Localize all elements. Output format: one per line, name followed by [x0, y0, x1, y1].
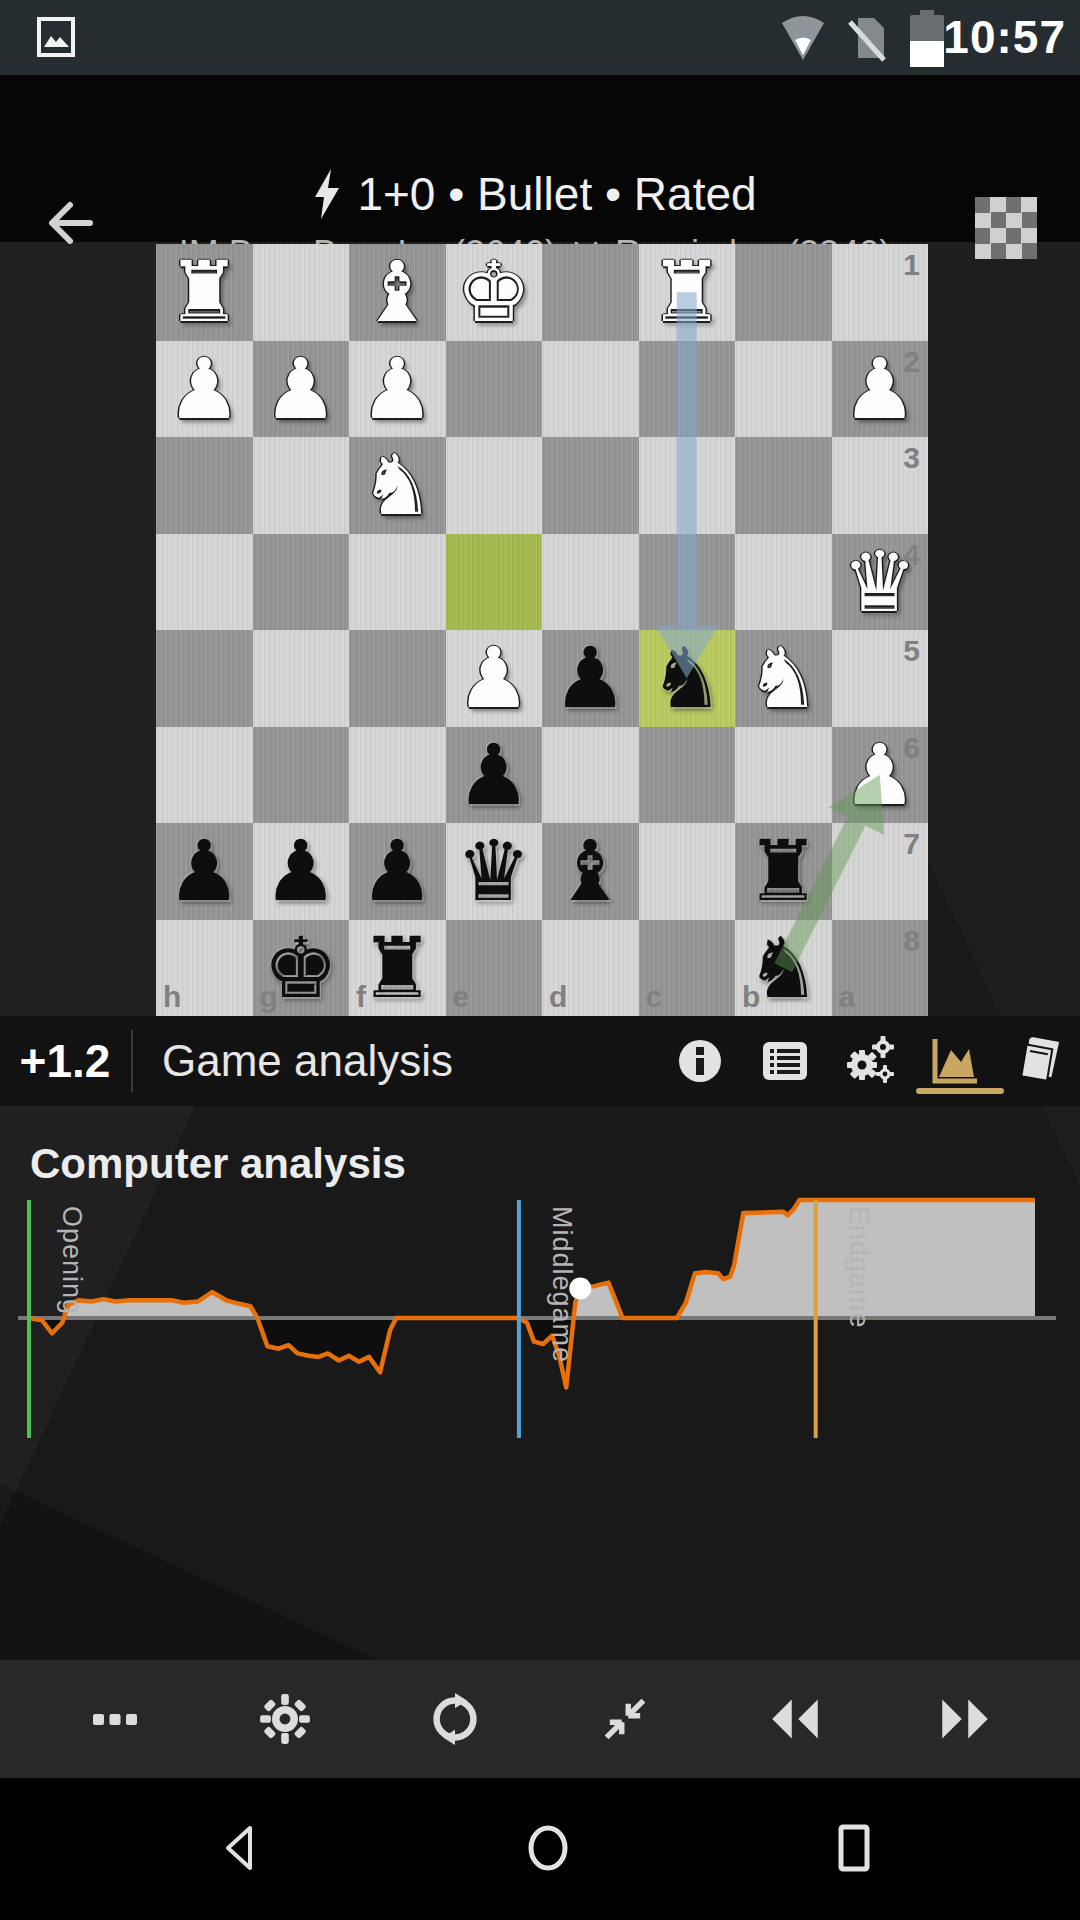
black-r-piece: ♜: [360, 920, 435, 1016]
rank-label-1: 1: [903, 248, 920, 282]
rank-label-2: 2: [903, 345, 920, 379]
square-b1[interactable]: [735, 244, 832, 341]
square-h8[interactable]: h: [156, 920, 253, 1017]
square-c1[interactable]: ♜: [639, 244, 736, 341]
black-p-piece: ♟: [456, 727, 531, 823]
game-title-row: 1+0 • Bullet • Rated: [313, 167, 756, 221]
no-sim-icon: [846, 14, 888, 64]
square-d4[interactable]: [542, 534, 639, 631]
square-d1[interactable]: [542, 244, 639, 341]
square-e7[interactable]: ♛: [446, 823, 543, 920]
square-a3[interactable]: 3: [832, 437, 929, 534]
flip-board-button[interactable]: [427, 1691, 483, 1747]
square-h5[interactable]: [156, 630, 253, 727]
square-d6[interactable]: [542, 727, 639, 824]
square-f7[interactable]: ♟: [349, 823, 446, 920]
black-b-piece: ♝: [553, 823, 628, 919]
evaluation-score: +1.2: [0, 1016, 130, 1106]
square-h3[interactable]: [156, 437, 253, 534]
square-h4[interactable]: [156, 534, 253, 631]
collapse-arrows-icon: [599, 1693, 651, 1745]
chess-board: ♜♝♚♜1♟♟♟♟2♞3♛4♟♟♞♞5♟♟6♟♟♟♛♝♜7h♚g♜fedc♞b8…: [156, 244, 928, 1016]
square-f1[interactable]: ♝: [349, 244, 446, 341]
square-f4[interactable]: [349, 534, 446, 631]
black-r-piece: ♜: [746, 823, 821, 919]
file-label-g: g: [260, 980, 278, 1014]
rank-label-5: 5: [903, 634, 920, 668]
black-n-piece: ♞: [649, 630, 724, 726]
white-r-piece: ♜: [167, 244, 242, 340]
square-a5[interactable]: 5: [832, 630, 929, 727]
square-g8[interactable]: ♚g: [253, 920, 350, 1017]
fast-forward-icon: [937, 1693, 993, 1745]
file-label-b: b: [742, 980, 760, 1014]
tab-engine-settings[interactable]: [844, 1035, 896, 1087]
square-c6[interactable]: [639, 727, 736, 824]
white-k-piece: ♚: [456, 244, 531, 340]
collapse-button[interactable]: [597, 1691, 653, 1747]
file-label-e: e: [453, 980, 470, 1014]
active-tab-underline: [916, 1088, 1004, 1094]
analysis-bar-title: Game analysis: [162, 1016, 453, 1106]
file-label-f: f: [356, 980, 366, 1014]
nav-home-button[interactable]: [518, 1818, 578, 1878]
rank-label-8: 8: [903, 924, 920, 958]
square-d3[interactable]: [542, 437, 639, 534]
gears-icon: [845, 1036, 895, 1086]
file-label-a: a: [839, 980, 856, 1014]
square-f2[interactable]: ♟: [349, 341, 446, 438]
square-b6[interactable]: [735, 727, 832, 824]
square-h6[interactable]: [156, 727, 253, 824]
tab-move-list[interactable]: [759, 1035, 811, 1087]
square-g6[interactable]: [253, 727, 350, 824]
flip-cycle-icon: [429, 1693, 481, 1745]
square-b3[interactable]: [735, 437, 832, 534]
black-p-piece: ♟: [360, 823, 435, 919]
lichess-analysis-screen: 10:57 1+0 • Bullet • Rated IM BeepBeepI……: [0, 0, 1080, 1920]
nav-recents-button[interactable]: [824, 1818, 884, 1878]
lightning-bolt-icon: [313, 169, 343, 219]
screenshot-notification-icon: [36, 16, 78, 58]
square-c2[interactable]: [639, 341, 736, 438]
rewind-button[interactable]: [767, 1691, 823, 1747]
square-c3[interactable]: [639, 437, 736, 534]
square-g4[interactable]: [253, 534, 350, 631]
phase-label-endgame: Endgame: [844, 1206, 874, 1329]
current-move-marker: [569, 1278, 591, 1300]
white-p-piece: ♟: [456, 630, 531, 726]
square-d8[interactable]: d: [542, 920, 639, 1017]
square-e8[interactable]: e: [446, 920, 543, 1017]
rewind-icon: [767, 1693, 823, 1745]
tab-info[interactable]: [674, 1035, 726, 1087]
analysis-tabs: [674, 1016, 1066, 1106]
white-advantage-area: [29, 1200, 1035, 1388]
square-g5[interactable]: [253, 630, 350, 727]
clock-time: 10:57: [943, 10, 1066, 64]
square-c7[interactable]: [639, 823, 736, 920]
square-f5[interactable]: [349, 630, 446, 727]
white-n-piece: ♞: [746, 630, 821, 726]
ellipsis-icon: [89, 1693, 141, 1745]
info-icon: [677, 1038, 723, 1084]
square-g7[interactable]: ♟: [253, 823, 350, 920]
square-b4[interactable]: [735, 534, 832, 631]
android-status-bar: 10:57: [0, 0, 1080, 75]
square-d7[interactable]: ♝: [542, 823, 639, 920]
square-g1[interactable]: [253, 244, 350, 341]
rank-label-7: 7: [903, 827, 920, 861]
rank-label-3: 3: [903, 441, 920, 475]
settings-button[interactable]: [257, 1691, 313, 1747]
tab-analysis-chart[interactable]: [929, 1035, 981, 1087]
square-b5[interactable]: ♞: [735, 630, 832, 727]
square-h2[interactable]: ♟: [156, 341, 253, 438]
white-p-piece: ♟: [263, 341, 338, 437]
move-list-icon: [761, 1040, 809, 1082]
game-title: 1+0 • Bullet • Rated: [357, 167, 756, 221]
square-a8[interactable]: 8a: [832, 920, 929, 1017]
square-b2[interactable]: [735, 341, 832, 438]
fast-forward-button[interactable]: [937, 1691, 993, 1747]
gear-icon: [259, 1693, 311, 1745]
wifi-icon: [780, 14, 826, 62]
square-d5[interactable]: ♟: [542, 630, 639, 727]
analysis-toolbar: [0, 1660, 1080, 1778]
square-c8[interactable]: c: [639, 920, 736, 1017]
square-e2[interactable]: [446, 341, 543, 438]
file-label-h: h: [163, 980, 181, 1014]
opening-book-icon: [1017, 1036, 1063, 1086]
back-arrow-icon: [42, 195, 98, 251]
square-d2[interactable]: [542, 341, 639, 438]
square-e6[interactable]: ♟: [446, 727, 543, 824]
white-n-piece: ♞: [360, 437, 435, 533]
square-c5[interactable]: ♞: [639, 630, 736, 727]
analysis-chart-icon: [930, 1036, 980, 1086]
rank-label-4: 4: [903, 538, 920, 572]
android-nav-bar: [0, 1778, 1080, 1920]
square-g3[interactable]: [253, 437, 350, 534]
battery-icon: [908, 10, 946, 68]
square-a7[interactable]: 7: [832, 823, 929, 920]
square-h7[interactable]: ♟: [156, 823, 253, 920]
white-p-piece: ♟: [360, 341, 435, 437]
square-a4[interactable]: ♛4: [832, 534, 929, 631]
file-label-c: c: [646, 980, 663, 1014]
black-q-piece: ♛: [456, 823, 531, 919]
square-a1[interactable]: 1: [832, 244, 929, 341]
nav-back-button[interactable]: [212, 1818, 272, 1878]
square-c4[interactable]: [639, 534, 736, 631]
analysis-summary: Remisdog +21 3Inaccuracies4Mistakes IM B…: [0, 1500, 1080, 1660]
square-e3[interactable]: [446, 437, 543, 534]
square-e4[interactable]: [446, 534, 543, 631]
black-p-piece: ♟: [167, 823, 242, 919]
square-e5[interactable]: ♟: [446, 630, 543, 727]
square-a6[interactable]: ♟6: [832, 727, 929, 824]
evaluation-chart-svg: OpeningMiddlegameEndgame: [18, 1193, 1062, 1443]
square-g2[interactable]: ♟: [253, 341, 350, 438]
white-r-piece: ♜: [649, 244, 724, 340]
white-b-piece: ♝: [360, 244, 435, 340]
square-b8[interactable]: ♞b: [735, 920, 832, 1017]
menu-button[interactable]: [87, 1691, 143, 1747]
back-button[interactable]: [42, 195, 98, 251]
square-b7[interactable]: ♜: [735, 823, 832, 920]
square-f8[interactable]: ♜f: [349, 920, 446, 1017]
evaluation-chart[interactable]: OpeningMiddlegameEndgame: [18, 1193, 1062, 1443]
square-e1[interactable]: ♚: [446, 244, 543, 341]
phase-label-opening: Opening: [57, 1206, 87, 1315]
computer-analysis-title: Computer analysis: [30, 1140, 406, 1188]
black-p-piece: ♟: [553, 630, 628, 726]
square-a2[interactable]: ♟2: [832, 341, 929, 438]
square-h1[interactable]: ♜: [156, 244, 253, 341]
white-p-piece: ♟: [167, 341, 242, 437]
square-f3[interactable]: ♞: [349, 437, 446, 534]
file-label-d: d: [549, 980, 567, 1014]
tab-opening-book[interactable]: [1014, 1035, 1066, 1087]
rank-label-6: 6: [903, 731, 920, 765]
black-p-piece: ♟: [263, 823, 338, 919]
app-header: 1+0 • Bullet • Rated IM BeepBeepI… (2640…: [0, 75, 1080, 242]
divider: [131, 1030, 133, 1092]
square-f6[interactable]: [349, 727, 446, 824]
mini-board-icon: [975, 197, 1037, 259]
